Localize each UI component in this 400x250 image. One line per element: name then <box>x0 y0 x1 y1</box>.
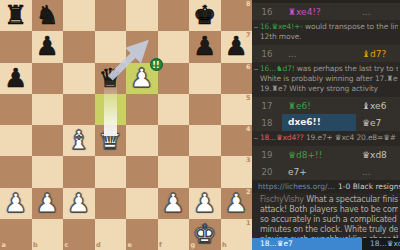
square-g6[interactable] <box>189 63 221 94</box>
square-e5[interactable] <box>126 94 158 125</box>
black-king-g8[interactable]: ♚ <box>189 0 221 31</box>
comment-line: FischyVishy What a spectacular finish to… <box>260 195 398 205</box>
square-h3[interactable]: 3 <box>221 156 253 187</box>
brilliant-move-badge: !! <box>150 58 163 71</box>
white-pawn-c2[interactable]: ♟ <box>63 188 95 219</box>
game-result-line: https://lichess.org/…1-0 Black resigns. <box>252 180 400 193</box>
rank-label-1: 1 <box>246 220 251 227</box>
annotation-comment: 16...♞d7! was perhaps the last try to st… <box>252 62 400 97</box>
white-pawn-f2[interactable]: ♟ <box>158 188 190 219</box>
file-label-e: e <box>128 242 132 249</box>
square-d1[interactable]: d <box>95 219 127 250</box>
result-text: 1-0 Black resigns. <box>338 182 400 191</box>
comment-line: attack! Both players have to be commend <box>260 205 398 215</box>
white-queen-d4[interactable]: ♛ <box>95 125 127 156</box>
square-a7[interactable] <box>0 31 32 62</box>
square-g3[interactable] <box>189 156 221 187</box>
square-b5[interactable] <box>32 94 64 125</box>
white-bishop-c4[interactable]: ♝ <box>63 125 95 156</box>
move-row-16: 16♜xe4!?... <box>252 3 400 20</box>
white-pawn-a2[interactable]: ♟ <box>0 188 32 219</box>
white-king-g1[interactable]: ♚ <box>189 219 221 250</box>
square-a8[interactable]: ♜ <box>0 0 32 31</box>
file-label-b: b <box>33 242 38 249</box>
variation-alt-button[interactable]: 18...♛xd4 <box>362 238 400 250</box>
square-b6[interactable] <box>32 63 64 94</box>
comment-line: 12th move. <box>260 32 398 42</box>
square-d6[interactable]: ♛ <box>95 63 127 94</box>
comment-line: 16...♞d7! was perhaps the last try to st… <box>260 64 398 74</box>
square-e2[interactable] <box>126 188 158 219</box>
square-h2[interactable]: 2♟ <box>221 188 253 219</box>
white-move-17[interactable]: ♜e6! <box>282 101 356 111</box>
move-row-19: 19♛d8+!!♛xd8 <box>252 146 400 163</box>
file-label-f: f <box>159 242 162 249</box>
game-link[interactable]: https://lichess.org/… <box>258 182 335 191</box>
black-rook-a8[interactable]: ♜ <box>0 0 32 31</box>
square-a2[interactable]: ♟ <box>0 188 32 219</box>
comment-line: White is probably winning after 17.♜e6 ♛… <box>260 74 398 84</box>
square-c4[interactable]: ♝ <box>63 125 95 156</box>
file-label-h: h <box>222 242 227 249</box>
black-queen-d6[interactable]: ♛ <box>95 63 127 94</box>
square-b3[interactable] <box>32 156 64 187</box>
square-d3[interactable] <box>95 156 127 187</box>
chess-board[interactable]: ♜♞♚8♟♟7♟♟♛♟!!65♝♛43♟♟♟♟♟2♟abcdefg♚h1 <box>0 0 252 250</box>
file-label-d: d <box>96 242 101 249</box>
comment-line: so accurately in such a complicated posi… <box>260 215 398 225</box>
rank-label-4: 4 <box>246 126 251 133</box>
move-number: 16 <box>252 7 282 17</box>
annotation-comment: 16.♛xe4!+- would transpose to the line w… <box>252 20 400 45</box>
black-pawn-h7[interactable]: ♟ <box>221 31 253 62</box>
annotation-comment: 18...♛xd4?? 19.e7+ ♛xc4 20.e8=♛# <box>252 131 400 146</box>
rank-label-6: 6 <box>246 64 251 71</box>
square-h4[interactable]: 4 <box>221 125 253 156</box>
square-d2[interactable] <box>95 188 127 219</box>
square-g2[interactable]: ♟ <box>189 188 221 219</box>
square-f3[interactable] <box>158 156 190 187</box>
file-label-a: a <box>2 242 6 249</box>
chess-analysis-app: ♜♞♚8♟♟7♟♟♛♟!!65♝♛43♟♟♟♟♟2♟abcdefg♚h1 16♜… <box>0 0 400 250</box>
square-a4[interactable] <box>0 125 32 156</box>
move-row-16: 16...♝d7? <box>252 45 400 62</box>
white-move-16[interactable]: ♜xe4!? <box>282 7 356 17</box>
variation-bar: 18...♛e7 18...♛xd4 <box>252 238 400 250</box>
move-number: 18 <box>252 118 282 128</box>
square-b8[interactable]: ♞ <box>32 0 64 31</box>
square-c6[interactable] <box>63 63 95 94</box>
square-b2[interactable]: ♟ <box>32 188 64 219</box>
square-c5[interactable] <box>63 94 95 125</box>
move-row-20: 20e7+... <box>252 163 400 180</box>
rank-label-3: 3 <box>246 157 251 164</box>
square-d8[interactable] <box>95 0 127 31</box>
square-a6[interactable]: ♟ <box>0 63 32 94</box>
square-e8[interactable] <box>126 0 158 31</box>
square-d4[interactable]: ♛ <box>95 125 127 156</box>
square-b1[interactable]: b <box>32 219 64 250</box>
black-pawn-g7[interactable]: ♟ <box>189 31 221 62</box>
black-knight-b8[interactable]: ♞ <box>32 0 64 31</box>
white-move-19[interactable]: ♛d8+!! <box>282 150 356 160</box>
black-move-18[interactable]: ♛e7 <box>356 118 400 128</box>
square-h8[interactable]: 8 <box>221 0 253 31</box>
square-a3[interactable] <box>0 156 32 187</box>
square-g1[interactable]: g♚ <box>189 219 221 250</box>
white-pawn-h2[interactable]: ♟ <box>221 188 253 219</box>
black-pawn-b7[interactable]: ♟ <box>32 31 64 62</box>
square-g8[interactable]: ♚ <box>189 0 221 31</box>
move-row-17: 17♜e6!♝xe6 <box>252 97 400 114</box>
black-move-17[interactable]: ♝xe6 <box>356 101 400 111</box>
square-e1[interactable]: e <box>126 219 158 250</box>
square-h5[interactable]: 5 <box>221 94 253 125</box>
square-d5[interactable] <box>95 94 127 125</box>
square-h7[interactable]: 7♟ <box>221 31 253 62</box>
black-move-19[interactable]: ♛xd8 <box>356 150 400 160</box>
square-f4[interactable] <box>158 125 190 156</box>
black-pawn-a6[interactable]: ♟ <box>0 63 32 94</box>
square-c3[interactable] <box>63 156 95 187</box>
square-f8[interactable] <box>158 0 190 31</box>
square-e4[interactable] <box>126 125 158 156</box>
comment-line: 19.♜e7 With very strong activity <box>260 84 398 94</box>
white-move-16: ... <box>282 49 356 59</box>
square-e6[interactable]: ♟!! <box>126 63 158 94</box>
white-pawn-b2[interactable]: ♟ <box>32 188 64 219</box>
square-f2[interactable]: ♟ <box>158 188 190 219</box>
square-b4[interactable] <box>32 125 64 156</box>
variation-main-button[interactable]: 18...♛e7 <box>252 238 362 250</box>
move-number: 17 <box>252 101 282 111</box>
black-move-20: ... <box>356 167 400 177</box>
square-h6[interactable]: 6 <box>221 63 253 94</box>
comment-line: 18...♛xd4?? 19.e7+ ♛xc4 20.e8=♛# <box>260 133 398 143</box>
square-c2[interactable]: ♟ <box>63 188 95 219</box>
square-d7[interactable] <box>95 31 127 62</box>
analysis-panel: 16♜xe4!?...16.♛xe4!+- would transpose to… <box>252 0 400 250</box>
square-f7[interactable] <box>158 31 190 62</box>
file-label-c: c <box>65 242 69 249</box>
square-g4[interactable] <box>189 125 221 156</box>
square-b7[interactable]: ♟ <box>32 31 64 62</box>
square-f5[interactable] <box>158 94 190 125</box>
move-list: 16♜xe4!?...16.♛xe4!+- would transpose to… <box>252 0 400 250</box>
square-a1[interactable]: a <box>0 219 32 250</box>
square-a5[interactable] <box>0 94 32 125</box>
move-number: 20 <box>252 167 282 177</box>
black-move-16[interactable]: ♝d7? <box>356 49 400 59</box>
move-number: 19 <box>252 150 282 160</box>
square-g5[interactable] <box>189 94 221 125</box>
white-move-20[interactable]: e7+ <box>282 167 356 177</box>
black-move-16: ... <box>356 7 400 17</box>
white-pawn-g2[interactable]: ♟ <box>189 188 221 219</box>
move-number: 16 <box>252 49 282 59</box>
square-h1[interactable]: h1 <box>221 219 253 250</box>
square-c8[interactable] <box>63 0 95 31</box>
square-e3[interactable] <box>126 156 158 187</box>
comment-line: 16.♛xe4!+- would transpose to the line w… <box>260 22 398 32</box>
square-c1[interactable]: c <box>63 219 95 250</box>
square-c7[interactable] <box>63 31 95 62</box>
move-row-18: 18dxe6!!♛e7 <box>252 114 400 131</box>
square-g7[interactable]: ♟ <box>189 31 221 62</box>
comment-line: minutes on the clock. White truly deserv… <box>260 225 398 235</box>
rank-label-8: 8 <box>246 1 251 8</box>
white-move-18[interactable]: dxe6!! <box>282 114 356 131</box>
rank-label-5: 5 <box>246 95 251 102</box>
square-f1[interactable]: f <box>158 219 190 250</box>
